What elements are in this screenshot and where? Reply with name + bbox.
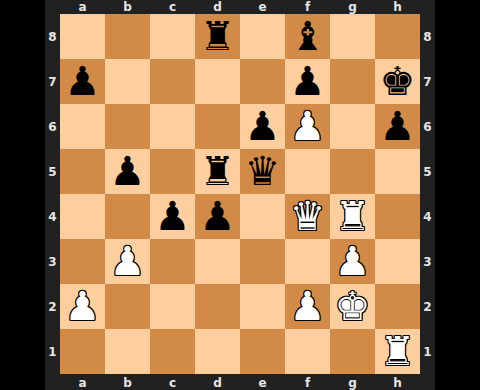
square-a1[interactable]	[60, 329, 105, 374]
square-a4[interactable]	[60, 194, 105, 239]
square-h2[interactable]	[375, 284, 420, 329]
square-h7[interactable]: ♚	[375, 59, 420, 104]
square-c7[interactable]	[150, 59, 195, 104]
black-pawn-a7[interactable]: ♟	[65, 61, 101, 101]
coordinate-rank-8: 8	[45, 14, 60, 59]
square-e6[interactable]: ♟	[240, 104, 285, 149]
black-pawn-e6[interactable]: ♟	[245, 106, 281, 146]
square-e1[interactable]	[240, 329, 285, 374]
coordinate-file-f: f	[285, 375, 330, 390]
coordinate-rank-1: 1	[420, 329, 435, 374]
black-pawn-f7[interactable]: ♟	[290, 61, 326, 101]
black-bishop-f8[interactable]: ♝	[290, 16, 326, 56]
square-d8[interactable]: ♜	[195, 14, 240, 59]
square-f6[interactable]: ♟	[285, 104, 330, 149]
black-rook-d5[interactable]: ♜	[200, 151, 236, 191]
coordinate-file-b: b	[105, 0, 150, 14]
white-queen-f4[interactable]: ♛	[290, 196, 326, 236]
coordinate-rank-5: 5	[420, 149, 435, 194]
coordinate-rank-7: 7	[45, 59, 60, 104]
square-g5[interactable]	[330, 149, 375, 194]
square-h6[interactable]: ♟	[375, 104, 420, 149]
square-d6[interactable]	[195, 104, 240, 149]
coordinate-rank-7: 7	[420, 59, 435, 104]
coordinate-rank-4: 4	[420, 194, 435, 239]
square-b5[interactable]: ♟	[105, 149, 150, 194]
square-a8[interactable]	[60, 14, 105, 59]
black-pawn-h6[interactable]: ♟	[380, 106, 416, 146]
white-pawn-b3[interactable]: ♟	[110, 241, 146, 281]
coordinate-rank-2: 2	[420, 284, 435, 329]
file-labels-top: abcdefgh	[60, 0, 420, 14]
square-a3[interactable]	[60, 239, 105, 284]
square-d3[interactable]	[195, 239, 240, 284]
white-pawn-f6[interactable]: ♟	[290, 106, 326, 146]
square-e2[interactable]	[240, 284, 285, 329]
square-a7[interactable]: ♟	[60, 59, 105, 104]
square-c1[interactable]	[150, 329, 195, 374]
white-rook-h1[interactable]: ♜	[380, 331, 416, 371]
square-e7[interactable]	[240, 59, 285, 104]
square-f5[interactable]	[285, 149, 330, 194]
square-h5[interactable]	[375, 149, 420, 194]
coordinate-file-d: d	[195, 375, 240, 390]
square-g2[interactable]: ♚	[330, 284, 375, 329]
square-g7[interactable]	[330, 59, 375, 104]
square-b7[interactable]	[105, 59, 150, 104]
coordinate-rank-4: 4	[45, 194, 60, 239]
black-queen-e5[interactable]: ♛	[245, 151, 281, 191]
square-a5[interactable]	[60, 149, 105, 194]
square-g8[interactable]	[330, 14, 375, 59]
square-h8[interactable]	[375, 14, 420, 59]
square-d7[interactable]	[195, 59, 240, 104]
square-h3[interactable]	[375, 239, 420, 284]
coordinate-rank-6: 6	[420, 104, 435, 149]
square-f1[interactable]	[285, 329, 330, 374]
white-pawn-a2[interactable]: ♟	[65, 286, 101, 326]
white-pawn-f2[interactable]: ♟	[290, 286, 326, 326]
coordinate-file-a: a	[60, 0, 105, 14]
chess-board[interactable]: ♜♝♟♟♚♟♟♟♟♜♛♟♟♛♜♟♟♟♟♚♜	[60, 14, 420, 374]
square-c2[interactable]	[150, 284, 195, 329]
black-king-h7[interactable]: ♚	[380, 61, 416, 101]
chess-app-background: abcdefgh abcdefgh 87654321 87654321 ♜♝♟♟…	[0, 0, 480, 390]
square-h1[interactable]: ♜	[375, 329, 420, 374]
black-rook-d8[interactable]: ♜	[200, 16, 236, 56]
square-c4[interactable]: ♟	[150, 194, 195, 239]
black-pawn-b5[interactable]: ♟	[110, 151, 146, 191]
square-d4[interactable]: ♟	[195, 194, 240, 239]
square-f8[interactable]: ♝	[285, 14, 330, 59]
square-b4[interactable]	[105, 194, 150, 239]
coordinate-file-g: g	[330, 0, 375, 14]
square-f4[interactable]: ♛	[285, 194, 330, 239]
coordinate-file-e: e	[240, 375, 285, 390]
square-c6[interactable]	[150, 104, 195, 149]
coordinate-file-c: c	[150, 375, 195, 390]
rank-labels-left: 87654321	[45, 14, 60, 374]
square-a2[interactable]: ♟	[60, 284, 105, 329]
coordinate-rank-1: 1	[45, 329, 60, 374]
coordinate-file-h: h	[375, 0, 420, 14]
white-rook-g4[interactable]: ♜	[335, 196, 371, 236]
white-king-g2[interactable]: ♚	[335, 286, 371, 326]
coordinate-rank-8: 8	[420, 14, 435, 59]
board-frame: abcdefgh abcdefgh 87654321 87654321 ♜♝♟♟…	[45, 0, 435, 390]
coordinate-file-g: g	[330, 375, 375, 390]
square-d1[interactable]	[195, 329, 240, 374]
coordinate-rank-5: 5	[45, 149, 60, 194]
square-b1[interactable]	[105, 329, 150, 374]
coordinate-file-b: b	[105, 375, 150, 390]
coordinate-file-c: c	[150, 0, 195, 14]
coordinate-rank-3: 3	[420, 239, 435, 284]
coordinate-file-a: a	[60, 375, 105, 390]
white-pawn-g3[interactable]: ♟	[335, 241, 371, 281]
square-e3[interactable]	[240, 239, 285, 284]
square-b6[interactable]	[105, 104, 150, 149]
square-b2[interactable]	[105, 284, 150, 329]
rank-labels-right: 87654321	[420, 14, 435, 374]
square-g4[interactable]: ♜	[330, 194, 375, 239]
square-b8[interactable]	[105, 14, 150, 59]
coordinate-file-e: e	[240, 0, 285, 14]
square-d2[interactable]	[195, 284, 240, 329]
square-c5[interactable]	[150, 149, 195, 194]
square-f2[interactable]: ♟	[285, 284, 330, 329]
black-pawn-c4[interactable]: ♟	[155, 196, 191, 236]
square-c8[interactable]	[150, 14, 195, 59]
square-f7[interactable]: ♟	[285, 59, 330, 104]
square-e4[interactable]	[240, 194, 285, 239]
square-h4[interactable]	[375, 194, 420, 239]
square-b3[interactable]: ♟	[105, 239, 150, 284]
square-e8[interactable]	[240, 14, 285, 59]
square-a6[interactable]	[60, 104, 105, 149]
coordinate-rank-2: 2	[45, 284, 60, 329]
square-c3[interactable]	[150, 239, 195, 284]
coordinate-rank-3: 3	[45, 239, 60, 284]
square-g1[interactable]	[330, 329, 375, 374]
black-pawn-d4[interactable]: ♟	[200, 196, 236, 236]
file-labels-bottom: abcdefgh	[60, 375, 420, 390]
square-e5[interactable]: ♛	[240, 149, 285, 194]
coordinate-file-h: h	[375, 375, 420, 390]
square-f3[interactable]	[285, 239, 330, 284]
square-d5[interactable]: ♜	[195, 149, 240, 194]
coordinate-rank-6: 6	[45, 104, 60, 149]
square-g6[interactable]	[330, 104, 375, 149]
square-g3[interactable]: ♟	[330, 239, 375, 284]
